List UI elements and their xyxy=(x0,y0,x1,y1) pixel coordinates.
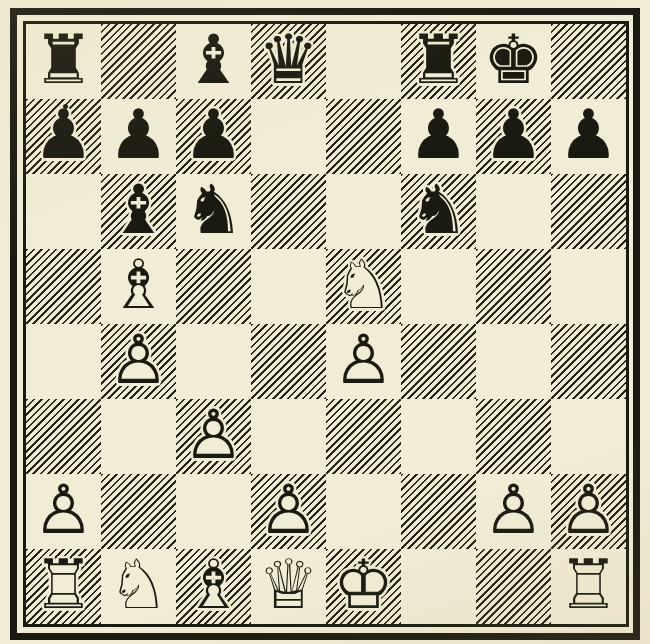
white-pawn: ♙ xyxy=(176,397,251,472)
white-bishop: ♗ xyxy=(101,247,176,322)
square-h8 xyxy=(551,24,626,99)
square-a7: ♟ xyxy=(26,99,101,174)
square-h2: ♟♙ xyxy=(551,474,626,549)
square-c5 xyxy=(176,249,251,324)
square-d5 xyxy=(251,249,326,324)
square-b5: ♝♗ xyxy=(101,249,176,324)
square-h7: ♟ xyxy=(551,99,626,174)
square-a2: ♟♙ xyxy=(26,474,101,549)
square-g2: ♟♙ xyxy=(476,474,551,549)
square-b4: ♟♙ xyxy=(101,324,176,399)
black-bishop: ♝ xyxy=(176,22,251,97)
black-pawn: ♟ xyxy=(176,97,251,172)
square-e2 xyxy=(326,474,401,549)
square-f6: ♞ xyxy=(401,174,476,249)
square-h4 xyxy=(551,324,626,399)
square-g7: ♟ xyxy=(476,99,551,174)
square-b7: ♟ xyxy=(101,99,176,174)
black-pawn: ♟ xyxy=(551,97,626,172)
white-pawn: ♙ xyxy=(476,472,551,547)
square-d1: ♛♕ xyxy=(251,549,326,624)
black-pawn: ♟ xyxy=(476,97,551,172)
board-inner-frame: ♜♝♛♜♚♟♟♟♟♟♟♝♞♞♝♗♞♘♟♙♟♙♟♙♟♙♟♙♟♙♟♙♜♖♞♘♝♗♛♕… xyxy=(23,21,629,627)
square-e4: ♟♙ xyxy=(326,324,401,399)
square-a6 xyxy=(26,174,101,249)
square-g3 xyxy=(476,399,551,474)
white-queen: ♕ xyxy=(251,547,326,622)
square-f2 xyxy=(401,474,476,549)
square-d8: ♛ xyxy=(251,24,326,99)
white-bishop: ♗ xyxy=(176,547,251,622)
book-page: ♜♝♛♜♚♟♟♟♟♟♟♝♞♞♝♗♞♘♟♙♟♙♟♙♟♙♟♙♟♙♟♙♜♖♞♘♝♗♛♕… xyxy=(0,0,650,644)
square-e6 xyxy=(326,174,401,249)
square-g4 xyxy=(476,324,551,399)
black-bishop: ♝ xyxy=(101,172,176,247)
square-f5 xyxy=(401,249,476,324)
white-knight: ♘ xyxy=(326,247,401,322)
square-c7: ♟ xyxy=(176,99,251,174)
white-pawn: ♙ xyxy=(101,322,176,397)
white-pawn: ♙ xyxy=(551,472,626,547)
square-a1: ♜♖ xyxy=(26,549,101,624)
square-g6 xyxy=(476,174,551,249)
white-pawn: ♙ xyxy=(326,322,401,397)
square-c6: ♞ xyxy=(176,174,251,249)
square-d7 xyxy=(251,99,326,174)
square-b3 xyxy=(101,399,176,474)
square-f1 xyxy=(401,549,476,624)
square-d2: ♟♙ xyxy=(251,474,326,549)
black-pawn: ♟ xyxy=(401,97,476,172)
square-e5: ♞♘ xyxy=(326,249,401,324)
square-h6 xyxy=(551,174,626,249)
black-knight: ♞ xyxy=(176,172,251,247)
square-b2 xyxy=(101,474,176,549)
black-pawn: ♟ xyxy=(101,97,176,172)
square-h3 xyxy=(551,399,626,474)
square-a3 xyxy=(26,399,101,474)
square-a8: ♜ xyxy=(26,24,101,99)
square-e1: ♚♔ xyxy=(326,549,401,624)
white-pawn: ♙ xyxy=(26,472,101,547)
white-pawn: ♙ xyxy=(251,472,326,547)
square-e7 xyxy=(326,99,401,174)
white-king: ♔ xyxy=(326,547,401,622)
square-f3 xyxy=(401,399,476,474)
square-b8 xyxy=(101,24,176,99)
square-f4 xyxy=(401,324,476,399)
black-queen: ♛ xyxy=(251,22,326,97)
square-h5 xyxy=(551,249,626,324)
chess-board: ♜♝♛♜♚♟♟♟♟♟♟♝♞♞♝♗♞♘♟♙♟♙♟♙♟♙♟♙♟♙♟♙♜♖♞♘♝♗♛♕… xyxy=(26,24,626,624)
square-d6 xyxy=(251,174,326,249)
square-e8 xyxy=(326,24,401,99)
black-rook: ♜ xyxy=(26,22,101,97)
square-a5 xyxy=(26,249,101,324)
square-d3 xyxy=(251,399,326,474)
square-c4 xyxy=(176,324,251,399)
square-h1: ♜♖ xyxy=(551,549,626,624)
square-a4 xyxy=(26,324,101,399)
square-b6: ♝ xyxy=(101,174,176,249)
square-b1: ♞♘ xyxy=(101,549,176,624)
square-g8: ♚ xyxy=(476,24,551,99)
square-g5 xyxy=(476,249,551,324)
black-king: ♚ xyxy=(476,22,551,97)
square-f8: ♜ xyxy=(401,24,476,99)
square-f7: ♟ xyxy=(401,99,476,174)
black-knight: ♞ xyxy=(401,172,476,247)
square-c8: ♝ xyxy=(176,24,251,99)
square-c1: ♝♗ xyxy=(176,549,251,624)
square-c3: ♟♙ xyxy=(176,399,251,474)
square-d4 xyxy=(251,324,326,399)
square-e3 xyxy=(326,399,401,474)
white-rook: ♖ xyxy=(551,547,626,622)
white-knight: ♘ xyxy=(101,547,176,622)
ink-speck xyxy=(63,104,68,109)
square-c2 xyxy=(176,474,251,549)
board-outer-frame: ♜♝♛♜♚♟♟♟♟♟♟♝♞♞♝♗♞♘♟♙♟♙♟♙♟♙♟♙♟♙♟♙♜♖♞♘♝♗♛♕… xyxy=(10,8,640,640)
black-rook: ♜ xyxy=(401,22,476,97)
white-rook: ♖ xyxy=(26,547,101,622)
square-g1 xyxy=(476,549,551,624)
